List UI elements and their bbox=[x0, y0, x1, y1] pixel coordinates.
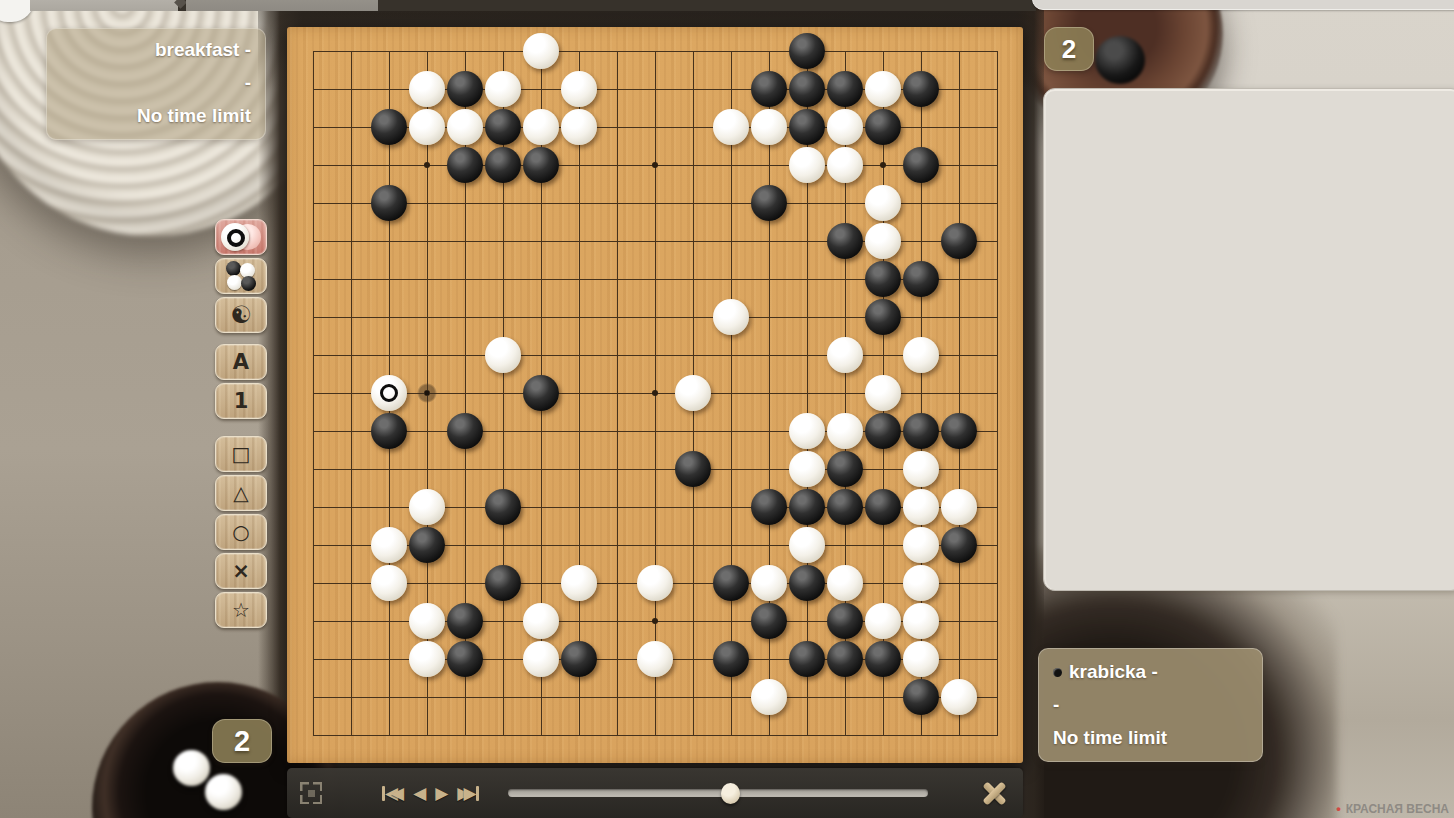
white-stone bbox=[827, 565, 863, 601]
move-slider-thumb[interactable] bbox=[721, 783, 740, 804]
white-stone bbox=[675, 375, 711, 411]
watermark-text: КРАСНАЯ ВЕСНА bbox=[1346, 802, 1449, 816]
white-stone bbox=[903, 527, 939, 563]
white-stone bbox=[409, 109, 445, 145]
play-move-tool-button[interactable] bbox=[215, 219, 267, 255]
black-player-name: krabicka - bbox=[1069, 661, 1158, 683]
black-stone bbox=[827, 223, 863, 259]
star-point bbox=[652, 618, 658, 624]
white-stone bbox=[865, 71, 901, 107]
white-stone bbox=[903, 641, 939, 677]
letter-a-icon: A bbox=[233, 350, 249, 374]
white-stone bbox=[523, 603, 559, 639]
search-bar[interactable] bbox=[1032, 0, 1454, 10]
white-stone bbox=[561, 109, 597, 145]
white-stone-last-move bbox=[371, 375, 407, 411]
black-player-time: No time limit bbox=[1053, 727, 1167, 749]
white-stone bbox=[751, 565, 787, 601]
white-stone bbox=[371, 527, 407, 563]
white-stone bbox=[827, 337, 863, 373]
watermark: • КРАСНАЯ ВЕСНА bbox=[1336, 801, 1449, 816]
white-stone bbox=[561, 71, 597, 107]
white-stone bbox=[941, 489, 977, 525]
white-stone bbox=[789, 451, 825, 487]
go-board[interactable] bbox=[287, 27, 1023, 763]
chat-panel bbox=[1043, 88, 1454, 591]
black-stone bbox=[751, 603, 787, 639]
tab-lukan-vs-koln[interactable]: Lukan vs Koln × bbox=[30, 0, 178, 11]
black-stone bbox=[447, 71, 483, 107]
white-stone bbox=[941, 679, 977, 715]
white-stone bbox=[865, 185, 901, 221]
black-stone bbox=[371, 109, 407, 145]
star-icon: ☆ bbox=[232, 598, 250, 622]
black-stone bbox=[903, 413, 939, 449]
black-stone bbox=[865, 641, 901, 677]
white-stone bbox=[827, 147, 863, 183]
to-end-button[interactable]: ▶▶ bbox=[457, 785, 479, 802]
white-stone bbox=[903, 603, 939, 639]
faint-dot-marker bbox=[417, 383, 437, 403]
white-stone bbox=[751, 109, 787, 145]
black-stone bbox=[523, 147, 559, 183]
black-stone bbox=[827, 489, 863, 525]
black-stone bbox=[447, 603, 483, 639]
black-stone bbox=[941, 527, 977, 563]
white-player-time: No time limit bbox=[137, 105, 251, 127]
black-stone bbox=[447, 641, 483, 677]
marked-stone-icon bbox=[221, 223, 261, 251]
white-stone bbox=[523, 33, 559, 69]
white-stone bbox=[637, 641, 673, 677]
white-stone bbox=[789, 147, 825, 183]
white-player-name: breakfast - bbox=[155, 39, 251, 61]
white-stone bbox=[409, 71, 445, 107]
black-stone bbox=[561, 641, 597, 677]
yin-yang-icon: ☯ bbox=[225, 298, 257, 333]
star-marker-tool-button[interactable]: ☆ bbox=[215, 592, 267, 628]
resize-board-icon[interactable] bbox=[300, 782, 322, 804]
letter-label-tool-button[interactable]: A bbox=[215, 344, 267, 380]
number-1-icon: 1 bbox=[234, 389, 249, 413]
white-stone bbox=[865, 603, 901, 639]
black-stone bbox=[675, 451, 711, 487]
white-stone bbox=[561, 565, 597, 601]
black-stone bbox=[941, 413, 977, 449]
black-stone bbox=[485, 565, 521, 601]
star-point bbox=[424, 162, 430, 168]
black-stone bbox=[371, 413, 407, 449]
black-stone bbox=[827, 641, 863, 677]
triangle-icon: △ bbox=[233, 481, 248, 505]
black-stone bbox=[903, 147, 939, 183]
white-stone bbox=[447, 109, 483, 145]
star-point bbox=[652, 162, 658, 168]
black-stone bbox=[941, 223, 977, 259]
circle-icon: ○ bbox=[232, 520, 249, 544]
black-stone bbox=[751, 71, 787, 107]
black-stone bbox=[903, 261, 939, 297]
white-stone bbox=[789, 413, 825, 449]
forward-button[interactable]: ▶ bbox=[435, 785, 448, 802]
white-stone bbox=[409, 603, 445, 639]
star-point bbox=[880, 162, 886, 168]
black-stone bbox=[789, 565, 825, 601]
back-button[interactable]: ◀ bbox=[413, 785, 426, 802]
game-navigation-bar: ◀◀ ◀ ▶ ▶▶ bbox=[287, 768, 1023, 818]
black-stone bbox=[485, 489, 521, 525]
white-stone bbox=[865, 223, 901, 259]
black-stone-indicator-icon bbox=[1053, 668, 1062, 677]
square-marker-tool-button[interactable]: □ bbox=[215, 436, 267, 472]
cross-marker-tool-button[interactable]: × bbox=[215, 553, 267, 589]
white-stone bbox=[903, 489, 939, 525]
black-stone bbox=[713, 565, 749, 601]
captures-badge-bottom: 2 bbox=[212, 719, 272, 763]
black-stone bbox=[865, 413, 901, 449]
white-stone bbox=[371, 565, 407, 601]
black-stone bbox=[371, 185, 407, 221]
black-stone bbox=[789, 33, 825, 69]
white-stone bbox=[903, 337, 939, 373]
black-stone bbox=[827, 451, 863, 487]
white-stone bbox=[523, 109, 559, 145]
white-stone bbox=[903, 565, 939, 601]
black-stone bbox=[485, 147, 521, 183]
black-stone bbox=[447, 147, 483, 183]
captured-white-stone bbox=[173, 750, 210, 786]
black-stone bbox=[903, 679, 939, 715]
white-stone bbox=[903, 451, 939, 487]
white-stone bbox=[827, 109, 863, 145]
black-stone bbox=[713, 641, 749, 677]
number-label-tool-button[interactable]: 1 bbox=[215, 383, 267, 419]
four-stones-icon bbox=[226, 261, 256, 291]
cross-icon: × bbox=[232, 559, 250, 583]
white-stone bbox=[523, 641, 559, 677]
black-stone bbox=[865, 109, 901, 145]
black-stone bbox=[865, 489, 901, 525]
black-stone bbox=[827, 603, 863, 639]
black-stone bbox=[865, 299, 901, 335]
black-stone bbox=[409, 527, 445, 563]
captured-white-stone bbox=[205, 774, 242, 810]
to-start-button[interactable]: ◀◀ bbox=[382, 785, 404, 802]
black-stone bbox=[751, 489, 787, 525]
white-stone bbox=[713, 109, 749, 145]
black-stone bbox=[789, 109, 825, 145]
black-player-panel: krabicka - - No time limit bbox=[1038, 648, 1263, 762]
yin-yang-tool-button[interactable]: ☯ bbox=[215, 297, 267, 333]
white-stone bbox=[409, 489, 445, 525]
black-stone bbox=[789, 641, 825, 677]
black-stone bbox=[789, 489, 825, 525]
stones-layer bbox=[313, 51, 998, 736]
black-stone bbox=[485, 109, 521, 145]
white-stone bbox=[827, 413, 863, 449]
square-icon: □ bbox=[232, 442, 251, 466]
last-move-circle-marker bbox=[380, 384, 398, 402]
white-stone bbox=[637, 565, 673, 601]
setup-stones-tool-button[interactable] bbox=[215, 258, 267, 294]
black-stone bbox=[903, 71, 939, 107]
white-stone bbox=[789, 527, 825, 563]
white-stone bbox=[865, 375, 901, 411]
white-stone bbox=[713, 299, 749, 335]
captures-badge-top: 2 bbox=[1044, 27, 1094, 71]
black-player-score: - bbox=[1053, 694, 1059, 716]
white-player-score: - bbox=[245, 72, 251, 94]
white-stone bbox=[485, 337, 521, 373]
black-stone bbox=[751, 185, 787, 221]
black-stone bbox=[789, 71, 825, 107]
black-stone bbox=[447, 413, 483, 449]
black-stone bbox=[523, 375, 559, 411]
white-stone bbox=[751, 679, 787, 715]
triangle-marker-tool-button[interactable]: △ bbox=[215, 475, 267, 511]
move-slider[interactable] bbox=[508, 789, 928, 797]
white-player-panel: breakfast - - No time limit bbox=[46, 28, 266, 140]
white-stone bbox=[409, 641, 445, 677]
star-point bbox=[652, 390, 658, 396]
black-stone bbox=[865, 261, 901, 297]
tab-breakfast-vs-krabicka[interactable]: breakfast vs krabicka × bbox=[186, 0, 378, 11]
tools-settings-icon[interactable] bbox=[980, 779, 1009, 808]
white-stone bbox=[485, 71, 521, 107]
watermark-dot-icon: • bbox=[1336, 801, 1341, 816]
black-stone bbox=[827, 71, 863, 107]
move-navigation: ◀◀ ◀ ▶ ▶▶ bbox=[382, 768, 479, 818]
circle-marker-tool-button[interactable]: ○ bbox=[215, 514, 267, 550]
